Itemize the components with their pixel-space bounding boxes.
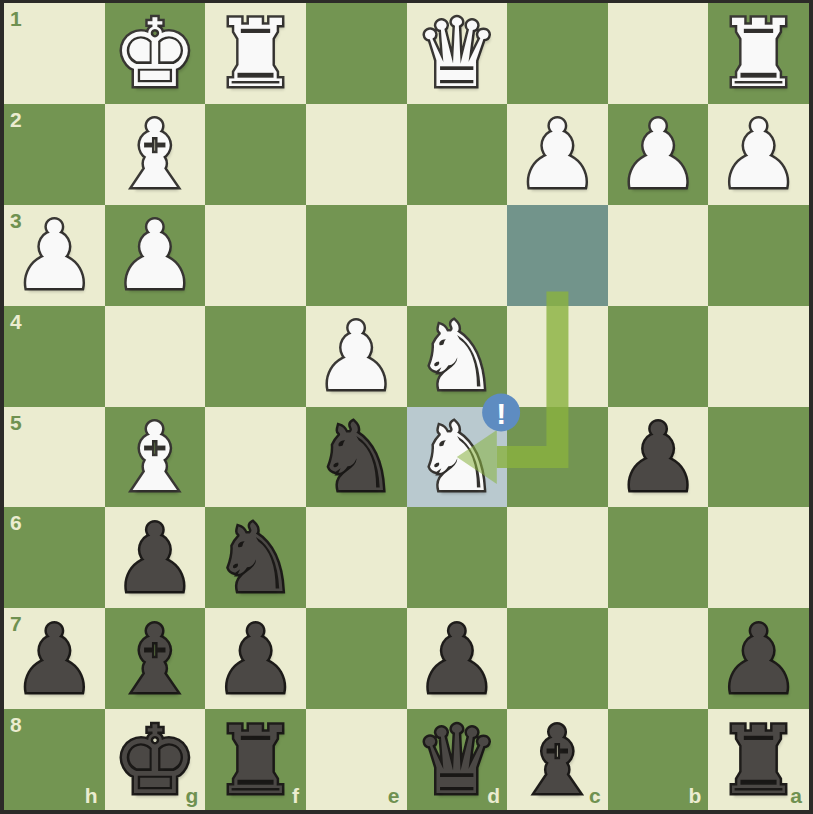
square-c4[interactable] (507, 306, 608, 407)
rank-label-5: 5 (10, 412, 22, 433)
square-a1[interactable]: ♜ (708, 3, 809, 104)
white-queen-d1[interactable]: ♛ (415, 7, 499, 101)
square-h5[interactable]: 5 (4, 407, 105, 508)
white-rook-a1[interactable]: ♜ (717, 7, 801, 101)
square-d8[interactable]: d♛ (407, 709, 508, 810)
square-c3[interactable] (507, 205, 608, 306)
square-g1[interactable]: ♚ (105, 3, 206, 104)
square-h4[interactable]: 4 (4, 306, 105, 407)
square-g3[interactable]: ♟ (105, 205, 206, 306)
black-pawn-f7[interactable]: ♟ (213, 613, 297, 707)
square-a8[interactable]: a♜ (708, 709, 809, 810)
rank-label-4: 4 (10, 311, 22, 332)
square-e1[interactable] (306, 3, 407, 104)
square-a6[interactable] (708, 507, 809, 608)
white-pawn-h3[interactable]: ♟ (12, 209, 96, 303)
rank-label-2: 2 (10, 109, 22, 130)
square-d2[interactable] (407, 104, 508, 205)
black-rook-f8[interactable]: ♜ (213, 714, 297, 808)
square-e8[interactable]: e (306, 709, 407, 810)
square-e6[interactable] (306, 507, 407, 608)
square-b1[interactable] (608, 3, 709, 104)
square-e7[interactable] (306, 608, 407, 709)
square-g2[interactable]: ♝ (105, 104, 206, 205)
square-g4[interactable] (105, 306, 206, 407)
white-rook-f1[interactable]: ♜ (213, 7, 297, 101)
square-f4[interactable] (205, 306, 306, 407)
square-g7[interactable]: ♝ (105, 608, 206, 709)
square-c7[interactable] (507, 608, 608, 709)
black-pawn-b5[interactable]: ♟ (616, 411, 700, 505)
square-c5[interactable] (507, 407, 608, 508)
rank-label-6: 6 (10, 512, 22, 533)
black-pawn-d7[interactable]: ♟ (415, 613, 499, 707)
square-h8[interactable]: 8h (4, 709, 105, 810)
chess-board: 1♚♜♛♜2♝♟♟♟3♟♟4♟♞5♝♞♞♟6♟♞7♟♝♟♟♟8hg♚f♜ed♛c… (0, 0, 813, 814)
black-king-g8[interactable]: ♚ (113, 714, 197, 808)
file-label-e: e (388, 785, 400, 806)
square-e4[interactable]: ♟ (306, 306, 407, 407)
black-pawn-h7[interactable]: ♟ (12, 613, 96, 707)
square-b7[interactable] (608, 608, 709, 709)
square-e3[interactable] (306, 205, 407, 306)
square-c2[interactable]: ♟ (507, 104, 608, 205)
white-pawn-a2[interactable]: ♟ (717, 108, 801, 202)
file-label-b: b (689, 785, 702, 806)
square-a2[interactable]: ♟ (708, 104, 809, 205)
black-bishop-c8[interactable]: ♝ (515, 714, 599, 808)
square-h6[interactable]: 6 (4, 507, 105, 608)
square-a7[interactable]: ♟ (708, 608, 809, 709)
square-b4[interactable] (608, 306, 709, 407)
white-bishop-g2[interactable]: ♝ (113, 108, 197, 202)
white-bishop-g5[interactable]: ♝ (113, 411, 197, 505)
black-rook-a8[interactable]: ♜ (717, 714, 801, 808)
square-h3[interactable]: 3♟ (4, 205, 105, 306)
square-e2[interactable] (306, 104, 407, 205)
square-a3[interactable] (708, 205, 809, 306)
square-g6[interactable]: ♟ (105, 507, 206, 608)
rank-label-8: 8 (10, 714, 22, 735)
square-h1[interactable]: 1 (4, 3, 105, 104)
black-queen-d8[interactable]: ♛ (415, 714, 499, 808)
square-b2[interactable]: ♟ (608, 104, 709, 205)
square-e5[interactable]: ♞ (306, 407, 407, 508)
white-pawn-c2[interactable]: ♟ (515, 108, 599, 202)
square-f5[interactable] (205, 407, 306, 508)
square-f7[interactable]: ♟ (205, 608, 306, 709)
square-c6[interactable] (507, 507, 608, 608)
white-pawn-e4[interactable]: ♟ (314, 310, 398, 404)
black-pawn-a7[interactable]: ♟ (717, 613, 801, 707)
square-f6[interactable]: ♞ (205, 507, 306, 608)
square-d3[interactable] (407, 205, 508, 306)
square-g8[interactable]: g♚ (105, 709, 206, 810)
square-c8[interactable]: c♝ (507, 709, 608, 810)
square-d7[interactable]: ♟ (407, 608, 508, 709)
square-a4[interactable] (708, 306, 809, 407)
square-b5[interactable]: ♟ (608, 407, 709, 508)
square-f8[interactable]: f♜ (205, 709, 306, 810)
square-g5[interactable]: ♝ (105, 407, 206, 508)
square-d1[interactable]: ♛ (407, 3, 508, 104)
square-h2[interactable]: 2 (4, 104, 105, 205)
square-b8[interactable]: b (608, 709, 709, 810)
white-pawn-g3[interactable]: ♟ (113, 209, 197, 303)
square-a5[interactable] (708, 407, 809, 508)
white-knight-d4[interactable]: ♞ (415, 310, 499, 404)
square-c1[interactable] (507, 3, 608, 104)
black-pawn-g6[interactable]: ♟ (113, 512, 197, 606)
black-knight-f6[interactable]: ♞ (213, 512, 297, 606)
white-king-g1[interactable]: ♚ (113, 7, 197, 101)
square-f1[interactable]: ♜ (205, 3, 306, 104)
square-d5[interactable]: ♞ (407, 407, 508, 508)
square-h7[interactable]: 7♟ (4, 608, 105, 709)
square-f3[interactable] (205, 205, 306, 306)
square-f2[interactable] (205, 104, 306, 205)
square-d6[interactable] (407, 507, 508, 608)
square-b3[interactable] (608, 205, 709, 306)
black-knight-e5[interactable]: ♞ (314, 411, 398, 505)
white-knight-d5[interactable]: ♞ (415, 411, 499, 505)
square-b6[interactable] (608, 507, 709, 608)
rank-label-1: 1 (10, 8, 22, 29)
file-label-h: h (85, 785, 98, 806)
square-d4[interactable]: ♞ (407, 306, 508, 407)
black-bishop-g7[interactable]: ♝ (113, 613, 197, 707)
white-pawn-b2[interactable]: ♟ (616, 108, 700, 202)
